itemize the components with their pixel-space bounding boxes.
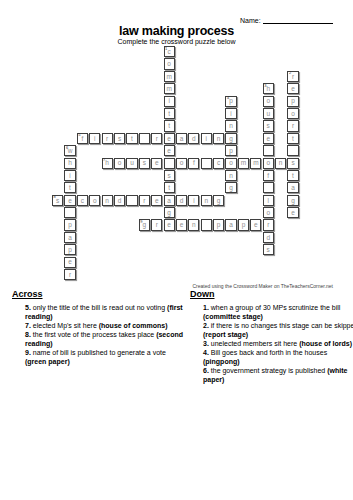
clue-text: the government strategy is published [211, 367, 327, 374]
grid-cell[interactable]: t [164, 182, 175, 193]
grid-cell[interactable]: n [225, 170, 236, 181]
cell-letter: p [242, 222, 246, 229]
grid-cell[interactable]: t [287, 170, 298, 181]
grid-cell[interactable]: e [287, 83, 298, 94]
cell-letter: e [167, 136, 171, 143]
grid-cell[interactable]: o [263, 96, 274, 107]
down-clue-list: 1. when a group of 30 MPs scrutinize the… [190, 303, 350, 385]
grid-cell[interactable]: r [102, 133, 113, 144]
clue-answer: (committee stage) [203, 313, 263, 320]
cell-letter: p [217, 222, 221, 229]
grid-cell[interactable]: s [263, 244, 274, 255]
cell-letter: r [156, 222, 158, 229]
cell-letter: e [68, 198, 72, 205]
cell-letter: u [266, 111, 270, 118]
cell-letter: g [143, 222, 147, 229]
grid-cell[interactable] [126, 195, 137, 206]
grid-cell[interactable]: g [225, 133, 236, 144]
cell-letter: g [229, 185, 233, 192]
grid-cell[interactable]: e [287, 207, 298, 218]
clue-item: 9. name of bill is published to generate… [25, 348, 183, 366]
cell-letter: d [118, 198, 122, 205]
grid-cell[interactable]: l [263, 195, 274, 206]
clue-item: 6. the government strategy is published … [203, 366, 353, 384]
cell-letter: r [143, 198, 145, 205]
grid-cell[interactable] [139, 133, 150, 144]
cell-letter: s [267, 247, 270, 254]
clue-section: Across 5. only the title of the bill is … [12, 289, 350, 385]
clue-number: 6. [203, 367, 211, 374]
page-subtitle: Complete the crossword puzzle below [0, 38, 353, 45]
cell-letter: e [167, 148, 171, 155]
cell-letter: r [106, 136, 108, 143]
cell-number: 4 [227, 96, 229, 100]
grid-cell[interactable]: m [250, 158, 261, 169]
cell-letter: r [156, 136, 158, 143]
across-clues: Across 5. only the title of the bill is … [12, 289, 182, 385]
grid-cell[interactable]: g [225, 182, 236, 193]
cell-number: 9 [140, 220, 142, 224]
grid-cell[interactable]: e [151, 195, 162, 206]
grid-cell[interactable]: t [126, 133, 137, 144]
grid-cell[interactable]: i [89, 133, 100, 144]
clue-text: the first vote of the process takes plac… [33, 331, 156, 338]
grid-cell[interactable]: a [225, 219, 236, 230]
grid-cell[interactable]: e [263, 133, 274, 144]
grid-cell[interactable]: r [151, 219, 162, 230]
cell-letter: e [254, 222, 258, 229]
clue-text: name of bill is published to generate a … [33, 349, 166, 356]
grid-cell[interactable]: s [263, 120, 274, 131]
grid-cell[interactable]: 3h [263, 83, 274, 94]
cell-letter: o [167, 61, 171, 68]
cell-letter: s [143, 160, 146, 167]
cell-number: 8 [54, 195, 56, 199]
cell-letter: e [68, 259, 72, 266]
cell-letter: t [69, 185, 71, 192]
cell-letter: g [229, 136, 233, 143]
grid-cell[interactable]: o [114, 158, 125, 169]
grid-cell[interactable]: e [250, 219, 261, 230]
page-title: law making process [0, 24, 353, 38]
cell-letter: s [118, 136, 121, 143]
clue-text: elected Mp's sit here [33, 322, 99, 329]
cell-letter: e [180, 222, 184, 229]
grid-cell[interactable] [263, 145, 274, 156]
cell-letter: a [229, 222, 233, 229]
clue-item: 3. unelected members sit here (house of … [203, 339, 353, 348]
grid-cell[interactable]: d [188, 133, 199, 144]
clue-text: Bill goes back and forth in the houses [211, 349, 327, 356]
cell-number: 2 [289, 71, 291, 75]
cell-letter: e [266, 136, 270, 143]
clue-number: 5. [25, 304, 33, 311]
cell-letter: g [291, 198, 295, 205]
cell-letter: d [192, 136, 196, 143]
cell-letter: r [292, 74, 294, 81]
grid-cell[interactable]: t [287, 133, 298, 144]
grid-cell[interactable]: o [164, 58, 175, 69]
cell-letter: h [68, 160, 72, 167]
name-fill-line[interactable] [263, 15, 333, 24]
clue-number: 4. [203, 349, 211, 356]
cell-letter: o [180, 160, 184, 167]
grid-cell[interactable]: e [164, 219, 175, 230]
cell-letter: s [291, 160, 294, 167]
cell-letter: o [266, 160, 270, 167]
cell-letter: d [266, 235, 270, 242]
grid-cell[interactable]: n [213, 133, 224, 144]
cell-letter: i [69, 173, 70, 180]
cell-letter: n [192, 222, 196, 229]
cell-letter: o [118, 160, 122, 167]
grid-cell[interactable]: a [164, 195, 175, 206]
cell-letter: f [193, 160, 195, 167]
cell-letter: o [266, 210, 270, 217]
cell-letter: r [69, 272, 71, 279]
cell-letter: t [292, 136, 294, 143]
cell-letter: p [229, 148, 233, 155]
cell-letter: p [68, 222, 72, 229]
cell-letter: u [130, 160, 134, 167]
cell-letter: m [166, 74, 171, 81]
grid-cell[interactable]: o [287, 108, 298, 119]
clue-item: 7. elected Mp's sit here (house of commo… [25, 321, 183, 330]
cell-letter: n [105, 198, 109, 205]
cell-letter: n [217, 136, 221, 143]
cell-letter: s [167, 173, 170, 180]
cell-letter: p [291, 98, 295, 105]
clue-answer: (pingpong) [203, 358, 240, 365]
clue-item: 1. when a group of 30 MPs scrutinize the… [203, 303, 353, 321]
cell-letter: a [180, 136, 184, 143]
grid-cell[interactable] [201, 158, 212, 169]
cell-letter: s [267, 123, 270, 130]
clue-text: if there is no changes this stage can be… [211, 322, 353, 329]
grid-cell[interactable]: o [176, 158, 187, 169]
grid-cell[interactable] [201, 219, 212, 230]
grid-cell[interactable]: d [263, 232, 274, 243]
grid-cell[interactable]: n [275, 158, 286, 169]
grid-cell[interactable] [263, 182, 274, 193]
grid-cell[interactable]: d [176, 195, 187, 206]
cell-letter: i [230, 111, 231, 118]
grid-cell[interactable]: e [64, 257, 75, 268]
grid-cell[interactable]: o [225, 158, 236, 169]
clue-item: 5. only the title of the bill is read ou… [25, 303, 183, 321]
grid-cell[interactable]: 4p [225, 96, 236, 107]
cell-letter: n [279, 160, 283, 167]
grid-cell[interactable]: a [64, 232, 75, 243]
grid-cell[interactable]: o [263, 207, 274, 218]
grid-cell[interactable]: s [139, 158, 150, 169]
cell-letter: o [229, 160, 233, 167]
grid-cell[interactable]: 5f [77, 133, 88, 144]
cell-letter: m [166, 86, 171, 93]
clue-number: 3. [203, 340, 211, 347]
cell-number: 6 [66, 146, 68, 150]
cell-letter: o [93, 198, 97, 205]
grid-cell[interactable]: s [114, 133, 125, 144]
grid-cell[interactable]: n [225, 120, 236, 131]
cell-letter: c [167, 49, 170, 56]
cell-letter: t [292, 173, 294, 180]
grid-cell[interactable]: r [151, 133, 162, 144]
grid-cell[interactable] [287, 145, 298, 156]
cell-letter: t [168, 123, 170, 130]
grid-cell[interactable]: e [151, 158, 162, 169]
clue-item: 8. the first vote of the process takes p… [25, 330, 183, 348]
cell-letter: n [229, 123, 233, 130]
grid-cell[interactable] [164, 158, 175, 169]
cell-letter: d [180, 198, 184, 205]
grid-cell[interactable]: r [139, 195, 150, 206]
clue-answer: (report stage) [203, 331, 248, 338]
grid-cell[interactable]: e [64, 195, 75, 206]
grid-cell[interactable]: i [64, 170, 75, 181]
cell-letter: i [193, 198, 194, 205]
grid-cell[interactable]: m [164, 83, 175, 94]
grid-cell[interactable]: n [201, 195, 212, 206]
grid-cell[interactable]: e [164, 145, 175, 156]
down-heading: Down [190, 289, 350, 301]
grid-cell[interactable]: c [213, 158, 224, 169]
grid-cell[interactable]: 6w [64, 145, 75, 156]
grid-cell[interactable]: s [287, 158, 298, 169]
cell-letter: e [291, 86, 295, 93]
grid-cell[interactable]: s [164, 170, 175, 181]
crossword-grid: 1com2rm3hei4poptiuotnsr5firstreadinget6w… [52, 46, 300, 281]
cell-letter: l [268, 198, 269, 205]
across-heading: Across [12, 289, 182, 301]
cell-letter: g [217, 198, 221, 205]
grid-cell[interactable]: 2r [287, 71, 298, 82]
grid-cell[interactable]: 9g [139, 219, 150, 230]
grid-cell[interactable]: i [164, 96, 175, 107]
cell-letter: e [291, 210, 295, 217]
name-label: Name: [240, 17, 261, 24]
cell-letter: t [168, 185, 170, 192]
across-clue-list: 5. only the title of the bill is read ou… [12, 303, 182, 367]
cell-letter: n [229, 173, 233, 180]
cell-letter: c [81, 198, 84, 205]
grid-cell[interactable]: u [126, 158, 137, 169]
cell-letter: m [241, 160, 246, 167]
cell-letter: g [167, 210, 171, 217]
grid-cell[interactable]: n [102, 195, 113, 206]
grid-cell[interactable]: f [263, 170, 274, 181]
grid-cell[interactable]: t [64, 182, 75, 193]
grid-cell[interactable]: p [64, 244, 75, 255]
cell-number: 3 [264, 84, 266, 88]
grid-cell[interactable]: e [164, 133, 175, 144]
clue-number: 2. [203, 322, 211, 329]
cell-letter: i [168, 98, 169, 105]
cell-letter: h [105, 160, 109, 167]
grid-cell[interactable]: p [64, 219, 75, 230]
grid-cell[interactable]: i [201, 133, 212, 144]
grid-cell[interactable]: r [263, 219, 274, 230]
cell-letter: s [56, 198, 59, 205]
clue-number: 1. [203, 304, 211, 311]
clue-answer: (house of lords) [299, 340, 352, 347]
cell-letter: p [229, 98, 233, 105]
grid-cell[interactable]: e [176, 219, 187, 230]
cell-letter: i [94, 136, 95, 143]
cell-letter: r [292, 123, 294, 130]
grid-cell[interactable]: 1c [164, 46, 175, 57]
grid-cell[interactable]: a [287, 182, 298, 193]
grid-cell[interactable]: n [188, 219, 199, 230]
grid-cell[interactable]: i [225, 108, 236, 119]
cell-letter: m [253, 160, 258, 167]
grid-cell[interactable]: p [225, 145, 236, 156]
grid-cell[interactable]: r [64, 269, 75, 280]
cell-letter: t [131, 136, 133, 143]
grid-cell[interactable]: 8s [52, 195, 63, 206]
cell-letter: a [291, 185, 295, 192]
cell-letter: a [167, 198, 171, 205]
cell-letter: o [291, 111, 295, 118]
grid-cell[interactable]: p [238, 219, 249, 230]
down-clues: Down 1. when a group of 30 MPs scrutiniz… [190, 289, 350, 385]
grid-cell[interactable]: c [77, 195, 88, 206]
cell-letter: r [267, 222, 269, 229]
cell-letter: w [68, 148, 73, 155]
grid-cell[interactable]: r [287, 120, 298, 131]
grid-cell[interactable]: a [176, 133, 187, 144]
cell-letter: f [267, 173, 269, 180]
clue-number: 8. [25, 331, 33, 338]
grid-cell[interactable]: f [188, 158, 199, 169]
cell-letter: f [81, 136, 83, 143]
cell-letter: e [167, 222, 171, 229]
grid-cell[interactable]: g [213, 195, 224, 206]
grid-cell[interactable]: p [213, 219, 224, 230]
grid-cell[interactable]: g [287, 195, 298, 206]
cell-letter: n [204, 198, 208, 205]
cell-letter: h [266, 86, 270, 93]
grid-cell[interactable]: g [164, 207, 175, 218]
cell-number: 5 [78, 133, 80, 137]
cell-letter: e [155, 160, 159, 167]
clue-text: only the title of the bill is read out n… [33, 304, 167, 311]
grid-cell[interactable]: h [64, 158, 75, 169]
cell-letter: c [217, 160, 220, 167]
clue-answer: (house of commons) [99, 322, 168, 329]
grid-cell[interactable]: d [114, 195, 125, 206]
grid-cell[interactable]: p [287, 96, 298, 107]
grid-cell[interactable]: t [164, 120, 175, 131]
cell-letter: t [168, 111, 170, 118]
cell-letter: i [206, 136, 207, 143]
grid-cell[interactable]: o [263, 158, 274, 169]
cell-number: 7 [103, 158, 105, 162]
clue-item: 4. Bill goes back and forth in the house… [203, 348, 353, 366]
clue-answer: (green paper) [25, 358, 70, 365]
grid-cell[interactable]: m [164, 71, 175, 82]
clue-text: when a group of 30 MPs scrutinize the bi… [211, 304, 341, 311]
grid-cell[interactable]: 7h [102, 158, 113, 169]
clue-number: 9. [25, 349, 33, 356]
grid-cell[interactable]: m [238, 158, 249, 169]
cell-letter: e [155, 198, 159, 205]
cell-number: 1 [165, 47, 167, 51]
grid-cell[interactable]: u [263, 108, 274, 119]
clue-number: 7. [25, 322, 33, 329]
cell-letter: o [266, 98, 270, 105]
grid-cell[interactable]: o [89, 195, 100, 206]
clue-item: 2. if there is no changes this stage can… [203, 321, 353, 339]
cell-letter: a [68, 235, 72, 242]
grid-cell[interactable]: t [164, 108, 175, 119]
grid-cell[interactable] [64, 207, 75, 218]
name-row: Name: [240, 15, 333, 24]
cell-letter: p [68, 247, 72, 254]
clue-text: unelected members sit here [211, 340, 299, 347]
grid-cell[interactable]: i [188, 195, 199, 206]
